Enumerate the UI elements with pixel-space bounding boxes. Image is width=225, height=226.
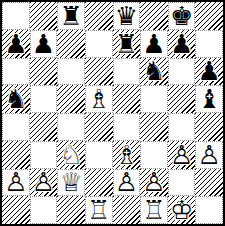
square-c3[interactable]: ♞♘ <box>57 141 85 169</box>
piece-glyph: ♟ <box>195 58 223 86</box>
square-h7[interactable] <box>195 30 223 58</box>
square-g8[interactable]: ♚♚ <box>168 2 196 30</box>
square-h3[interactable]: ♟♙ <box>195 141 223 169</box>
square-c1[interactable] <box>57 196 85 224</box>
square-e3[interactable]: ♝♗ <box>113 141 141 169</box>
piece-glyph: ♙ <box>140 169 168 197</box>
square-e7[interactable]: ♜♜ <box>113 30 141 58</box>
black-pawn[interactable]: ♟♟ <box>140 30 168 58</box>
black-pawn[interactable]: ♟♟ <box>30 30 58 58</box>
square-e5[interactable] <box>113 85 141 113</box>
chess-board: ♜♜♛♛♚♚♟♟♟♟♜♜♟♟♟♟♞♞♟♟♞♞♝♗♝♝♞♘♝♗♟♙♟♙♟♙♟♙♛♕… <box>0 0 225 226</box>
square-g1[interactable]: ♚♔ <box>168 196 196 224</box>
square-f1[interactable]: ♜♖ <box>140 196 168 224</box>
square-f2[interactable]: ♟♙ <box>140 169 168 197</box>
square-e4[interactable] <box>113 113 141 141</box>
square-b5[interactable] <box>30 85 58 113</box>
square-b6[interactable] <box>30 58 58 86</box>
piece-glyph: ♝ <box>195 85 223 113</box>
square-f6[interactable]: ♞♞ <box>140 58 168 86</box>
piece-glyph: ♜ <box>113 30 141 58</box>
white-pawn[interactable]: ♟♙ <box>140 169 168 197</box>
square-d1[interactable]: ♜♖ <box>85 196 113 224</box>
white-rook[interactable]: ♜♖ <box>85 196 113 224</box>
square-f8[interactable] <box>140 2 168 30</box>
square-g5[interactable] <box>168 85 196 113</box>
black-pawn[interactable]: ♟♟ <box>168 30 196 58</box>
white-knight[interactable]: ♞♘ <box>57 141 85 169</box>
piece-glyph: ♙ <box>30 169 58 197</box>
black-rook[interactable]: ♜♜ <box>57 2 85 30</box>
square-b7[interactable]: ♟♟ <box>30 30 58 58</box>
square-d8[interactable] <box>85 2 113 30</box>
square-c8[interactable]: ♜♜ <box>57 2 85 30</box>
square-e8[interactable]: ♛♛ <box>113 2 141 30</box>
square-a4[interactable] <box>2 113 30 141</box>
square-a2[interactable]: ♟♙ <box>2 169 30 197</box>
white-pawn[interactable]: ♟♙ <box>2 169 30 197</box>
white-pawn[interactable]: ♟♙ <box>113 169 141 197</box>
square-e2[interactable]: ♟♙ <box>113 169 141 197</box>
piece-glyph: ♟ <box>140 30 168 58</box>
square-a1[interactable] <box>2 196 30 224</box>
square-b4[interactable] <box>30 113 58 141</box>
black-pawn[interactable]: ♟♟ <box>195 58 223 86</box>
black-pawn[interactable]: ♟♟ <box>2 30 30 58</box>
piece-glyph: ♟ <box>2 30 30 58</box>
piece-glyph: ♗ <box>85 85 113 113</box>
square-c5[interactable] <box>57 85 85 113</box>
piece-glyph: ♕ <box>57 169 85 197</box>
square-d3[interactable] <box>85 141 113 169</box>
square-g3[interactable]: ♟♙ <box>168 141 196 169</box>
square-h4[interactable] <box>195 113 223 141</box>
piece-glyph: ♙ <box>168 141 196 169</box>
white-queen[interactable]: ♛♕ <box>57 169 85 197</box>
piece-glyph: ♙ <box>195 141 223 169</box>
square-b8[interactable] <box>30 2 58 30</box>
piece-glyph: ♘ <box>57 141 85 169</box>
piece-glyph: ♞ <box>2 85 30 113</box>
square-c6[interactable] <box>57 58 85 86</box>
piece-glyph: ♟ <box>30 30 58 58</box>
square-d2[interactable] <box>85 169 113 197</box>
square-a5[interactable]: ♞♞ <box>2 85 30 113</box>
white-rook[interactable]: ♜♖ <box>140 196 168 224</box>
square-g6[interactable] <box>168 58 196 86</box>
white-bishop[interactable]: ♝♗ <box>113 141 141 169</box>
square-c2[interactable]: ♛♕ <box>57 169 85 197</box>
black-bishop[interactable]: ♝♝ <box>195 85 223 113</box>
square-b2[interactable]: ♟♙ <box>30 169 58 197</box>
square-g7[interactable]: ♟♟ <box>168 30 196 58</box>
white-pawn[interactable]: ♟♙ <box>195 141 223 169</box>
white-bishop[interactable]: ♝♗ <box>85 85 113 113</box>
square-h1[interactable] <box>195 196 223 224</box>
square-f3[interactable] <box>140 141 168 169</box>
piece-glyph: ♛ <box>113 2 141 30</box>
piece-glyph: ♔ <box>168 196 196 224</box>
square-h8[interactable] <box>195 2 223 30</box>
square-e6[interactable] <box>113 58 141 86</box>
piece-glyph: ♚ <box>168 2 196 30</box>
square-b3[interactable] <box>30 141 58 169</box>
square-a7[interactable]: ♟♟ <box>2 30 30 58</box>
square-f7[interactable]: ♟♟ <box>140 30 168 58</box>
square-e1[interactable] <box>113 196 141 224</box>
white-king[interactable]: ♚♔ <box>168 196 196 224</box>
square-a3[interactable] <box>2 141 30 169</box>
piece-glyph: ♖ <box>140 196 168 224</box>
black-king[interactable]: ♚♚ <box>168 2 196 30</box>
piece-glyph: ♜ <box>57 2 85 30</box>
black-rook[interactable]: ♜♜ <box>113 30 141 58</box>
square-d7[interactable] <box>85 30 113 58</box>
square-g2[interactable] <box>168 169 196 197</box>
square-a8[interactable] <box>2 2 30 30</box>
square-d4[interactable] <box>85 113 113 141</box>
square-d5[interactable]: ♝♗ <box>85 85 113 113</box>
white-pawn[interactable]: ♟♙ <box>30 169 58 197</box>
square-c4[interactable] <box>57 113 85 141</box>
piece-glyph: ♞ <box>140 58 168 86</box>
square-h2[interactable] <box>195 169 223 197</box>
piece-glyph: ♟ <box>168 30 196 58</box>
square-h6[interactable]: ♟♟ <box>195 58 223 86</box>
square-c7[interactable] <box>57 30 85 58</box>
square-b1[interactable] <box>30 196 58 224</box>
square-f5[interactable] <box>140 85 168 113</box>
piece-glyph: ♙ <box>2 169 30 197</box>
square-d6[interactable] <box>85 58 113 86</box>
black-knight[interactable]: ♞♞ <box>140 58 168 86</box>
piece-glyph: ♗ <box>113 141 141 169</box>
white-pawn[interactable]: ♟♙ <box>168 141 196 169</box>
piece-glyph: ♙ <box>113 169 141 197</box>
square-f4[interactable] <box>140 113 168 141</box>
square-a6[interactable] <box>2 58 30 86</box>
black-knight[interactable]: ♞♞ <box>2 85 30 113</box>
piece-glyph: ♖ <box>85 196 113 224</box>
square-g4[interactable] <box>168 113 196 141</box>
black-queen[interactable]: ♛♛ <box>113 2 141 30</box>
square-h5[interactable]: ♝♝ <box>195 85 223 113</box>
